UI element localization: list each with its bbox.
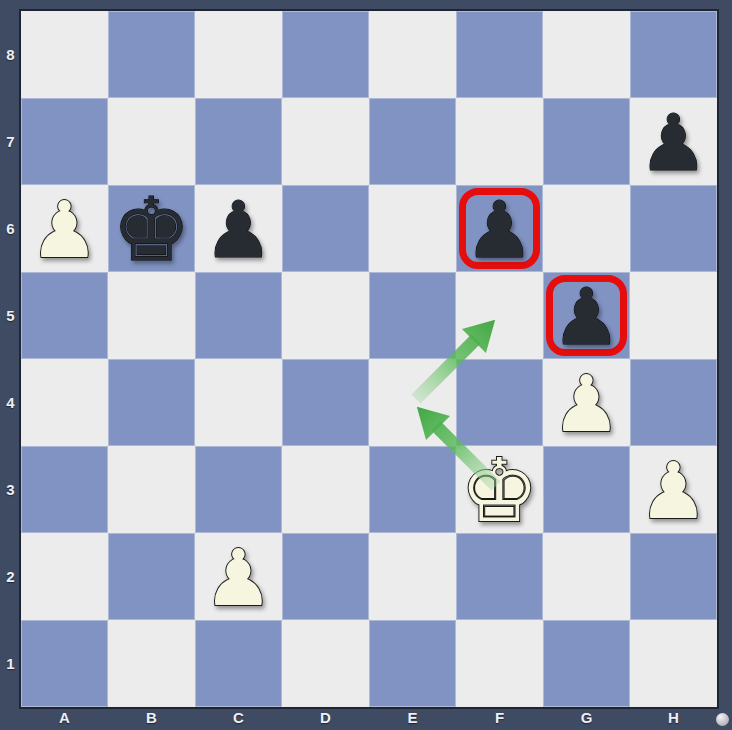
rank-label-8: 8 — [0, 11, 21, 98]
piece-white-pawn-a6[interactable]: ♟ — [21, 186, 108, 273]
corner-dot — [716, 713, 729, 726]
square-g1[interactable] — [543, 620, 630, 707]
file-labels: ABCDEFGH — [21, 707, 717, 730]
square-f8[interactable] — [456, 11, 543, 98]
square-d3[interactable] — [282, 446, 369, 533]
piece-white-king-f3[interactable]: ♚ — [456, 447, 543, 534]
piece-white-pawn-c2[interactable]: ♟ — [195, 534, 282, 621]
file-label-d: D — [282, 707, 369, 730]
square-c3[interactable] — [195, 446, 282, 533]
piece-black-king-b6[interactable]: ♚ — [108, 186, 195, 273]
square-e2[interactable] — [369, 533, 456, 620]
square-b1[interactable] — [108, 620, 195, 707]
square-d1[interactable] — [282, 620, 369, 707]
file-label-h: H — [630, 707, 717, 730]
rank-label-4: 4 — [0, 359, 21, 446]
square-f4[interactable] — [456, 359, 543, 446]
piece-white-pawn-h3[interactable]: ♟ — [630, 447, 717, 534]
square-e3[interactable] — [369, 446, 456, 533]
square-b7[interactable] — [108, 98, 195, 185]
rank-label-6: 6 — [0, 185, 21, 272]
chess-diagram: 87654321 ♟♟♚♟♟♟♟♚♟♟ ABCDEFGH — [0, 0, 732, 730]
rank-label-1: 1 — [0, 620, 21, 707]
rank-label-2: 2 — [0, 533, 21, 620]
square-h5[interactable] — [630, 272, 717, 359]
square-b2[interactable] — [108, 533, 195, 620]
file-label-a: A — [21, 707, 108, 730]
square-b4[interactable] — [108, 359, 195, 446]
square-g8[interactable] — [543, 11, 630, 98]
square-f1[interactable] — [456, 620, 543, 707]
square-e6[interactable] — [369, 185, 456, 272]
piece-black-pawn-h7[interactable]: ♟ — [630, 99, 717, 186]
square-c8[interactable] — [195, 11, 282, 98]
rank-labels: 87654321 — [0, 11, 21, 707]
square-f5[interactable] — [456, 272, 543, 359]
file-label-e: E — [369, 707, 456, 730]
square-d2[interactable] — [282, 533, 369, 620]
square-a2[interactable] — [21, 533, 108, 620]
square-d6[interactable] — [282, 185, 369, 272]
square-e4[interactable] — [369, 359, 456, 446]
square-f7[interactable] — [456, 98, 543, 185]
square-g7[interactable] — [543, 98, 630, 185]
file-label-f: F — [456, 707, 543, 730]
square-a4[interactable] — [21, 359, 108, 446]
file-label-b: B — [108, 707, 195, 730]
square-h6[interactable] — [630, 185, 717, 272]
square-c1[interactable] — [195, 620, 282, 707]
square-c7[interactable] — [195, 98, 282, 185]
square-b8[interactable] — [108, 11, 195, 98]
rank-label-3: 3 — [0, 446, 21, 533]
square-f2[interactable] — [456, 533, 543, 620]
square-e1[interactable] — [369, 620, 456, 707]
square-a8[interactable] — [21, 11, 108, 98]
square-g2[interactable] — [543, 533, 630, 620]
square-e8[interactable] — [369, 11, 456, 98]
square-d7[interactable] — [282, 98, 369, 185]
square-d4[interactable] — [282, 359, 369, 446]
square-a1[interactable] — [21, 620, 108, 707]
square-g3[interactable] — [543, 446, 630, 533]
square-a7[interactable] — [21, 98, 108, 185]
file-label-c: C — [195, 707, 282, 730]
board: ♟♟♚♟♟♟♟♚♟♟ — [21, 11, 717, 707]
square-e7[interactable] — [369, 98, 456, 185]
square-c4[interactable] — [195, 359, 282, 446]
square-c5[interactable] — [195, 272, 282, 359]
piece-black-pawn-c6[interactable]: ♟ — [195, 186, 282, 273]
square-h1[interactable] — [630, 620, 717, 707]
piece-white-pawn-g4[interactable]: ♟ — [543, 360, 630, 447]
piece-black-pawn-g5[interactable]: ♟ — [543, 273, 630, 360]
square-a5[interactable] — [21, 272, 108, 359]
square-h8[interactable] — [630, 11, 717, 98]
square-h2[interactable] — [630, 533, 717, 620]
square-a3[interactable] — [21, 446, 108, 533]
square-d8[interactable] — [282, 11, 369, 98]
square-g6[interactable] — [543, 185, 630, 272]
rank-label-5: 5 — [0, 272, 21, 359]
square-b5[interactable] — [108, 272, 195, 359]
square-h4[interactable] — [630, 359, 717, 446]
square-e5[interactable] — [369, 272, 456, 359]
piece-black-pawn-f6[interactable]: ♟ — [456, 186, 543, 273]
file-label-g: G — [543, 707, 630, 730]
square-b3[interactable] — [108, 446, 195, 533]
rank-label-7: 7 — [0, 98, 21, 185]
square-d5[interactable] — [282, 272, 369, 359]
